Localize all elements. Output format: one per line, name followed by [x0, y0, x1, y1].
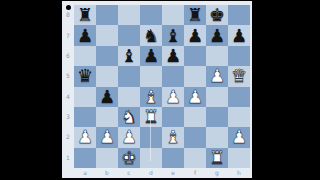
rank-label-8: 8: [62, 5, 74, 25]
file-label-a: a: [74, 168, 96, 178]
file-label-e: e: [162, 168, 184, 178]
file-label-h: h: [228, 168, 250, 178]
square-c4[interactable]: [118, 87, 140, 107]
square-a8[interactable]: ♜: [74, 5, 96, 25]
square-e1[interactable]: [162, 148, 184, 168]
square-d6[interactable]: ♟: [140, 46, 162, 66]
square-c2[interactable]: ♟: [118, 127, 140, 147]
square-e7[interactable]: ♝: [162, 25, 184, 45]
square-a2[interactable]: ♟: [74, 127, 96, 147]
black-pawn-g7[interactable]: ♟: [209, 26, 225, 44]
file-labels: abcdefgh: [74, 168, 250, 178]
square-h2[interactable]: ♟: [228, 127, 250, 147]
rank-label-5: 5: [62, 66, 74, 86]
square-g7[interactable]: ♟: [206, 25, 228, 45]
square-d1[interactable]: [140, 148, 162, 168]
rank-labels: 87654321: [62, 5, 74, 168]
square-a6[interactable]: [74, 46, 96, 66]
white-knight-c3[interactable]: ♞: [121, 108, 137, 126]
square-h4[interactable]: [228, 87, 250, 107]
black-pawn-a7[interactable]: ♟: [77, 26, 93, 44]
square-b2[interactable]: ♟: [96, 127, 118, 147]
square-g1[interactable]: ♜: [206, 148, 228, 168]
square-d2[interactable]: [140, 127, 162, 147]
square-c3[interactable]: ♞: [118, 107, 140, 127]
file-label-c: c: [118, 168, 140, 178]
square-f5[interactable]: [184, 66, 206, 86]
square-e3[interactable]: [162, 107, 184, 127]
square-g4[interactable]: [206, 87, 228, 107]
white-pawn-e4[interactable]: ♟: [165, 87, 181, 105]
square-b1[interactable]: [96, 148, 118, 168]
file-label-g: g: [206, 168, 228, 178]
square-f3[interactable]: [184, 107, 206, 127]
square-a1[interactable]: [74, 148, 96, 168]
white-pawn-f4[interactable]: ♟: [187, 87, 203, 105]
white-rook-g1[interactable]: ♜: [209, 148, 225, 166]
square-f8[interactable]: ♜: [184, 5, 206, 25]
black-pawn-f7[interactable]: ♟: [187, 26, 203, 44]
white-pawn-c2[interactable]: ♟: [121, 128, 137, 146]
square-f2[interactable]: [184, 127, 206, 147]
square-d3[interactable]: ♜: [140, 107, 162, 127]
board-grid: ♜♜♚♟♞♝♟♟♟♝♟♟♛♟♛♟♝♟♟♞♜♟♟♟♝♟♚♜: [74, 5, 250, 168]
square-d5[interactable]: [140, 66, 162, 86]
white-queen-h5[interactable]: ♛: [231, 67, 247, 85]
square-e6[interactable]: ♟: [162, 46, 184, 66]
rank-label-7: 7: [62, 25, 74, 45]
black-pawn-b4[interactable]: ♟: [99, 87, 115, 105]
square-e5[interactable]: [162, 66, 184, 86]
rank-label-6: 6: [62, 46, 74, 66]
square-e2[interactable]: ♝: [162, 127, 184, 147]
square-h6[interactable]: [228, 46, 250, 66]
chess-board: 87654321 ♜♜♚♟♞♝♟♟♟♝♟♟♛♟♛♟♝♟♟♞♜♟♟♟♝♟♚♜ ab…: [62, 1, 252, 178]
white-pawn-a2[interactable]: ♟: [77, 128, 93, 146]
rank-label-1: 1: [62, 148, 74, 168]
square-b8[interactable]: [96, 5, 118, 25]
white-pawn-h2[interactable]: ♟: [231, 128, 247, 146]
square-a7[interactable]: ♟: [74, 25, 96, 45]
square-d4[interactable]: ♝: [140, 87, 162, 107]
file-label-b: b: [96, 168, 118, 178]
square-b6[interactable]: [96, 46, 118, 66]
square-f4[interactable]: ♟: [184, 87, 206, 107]
black-pawn-h7[interactable]: ♟: [231, 26, 247, 44]
black-queen-a5[interactable]: ♛: [77, 67, 93, 85]
rank-label-3: 3: [62, 107, 74, 127]
rank-label-4: 4: [62, 87, 74, 107]
white-pawn-b2[interactable]: ♟: [99, 128, 115, 146]
white-pawn-g5[interactable]: ♟: [209, 67, 225, 85]
square-a5[interactable]: ♛: [74, 66, 96, 86]
square-b3[interactable]: [96, 107, 118, 127]
square-g5[interactable]: ♟: [206, 66, 228, 86]
square-e4[interactable]: ♟: [162, 87, 184, 107]
black-bishop-c6[interactable]: ♝: [121, 46, 137, 64]
square-a4[interactable]: [74, 87, 96, 107]
square-f7[interactable]: ♟: [184, 25, 206, 45]
square-h8[interactable]: [228, 5, 250, 25]
black-king-g8[interactable]: ♚: [209, 6, 225, 24]
square-f6[interactable]: [184, 46, 206, 66]
black-bishop-e7[interactable]: ♝: [165, 26, 181, 44]
square-h7[interactable]: ♟: [228, 25, 250, 45]
square-e8[interactable]: [162, 5, 184, 25]
square-h1[interactable]: [228, 148, 250, 168]
square-h3[interactable]: [228, 107, 250, 127]
black-pawn-e6[interactable]: ♟: [165, 46, 181, 64]
square-g3[interactable]: [206, 107, 228, 127]
square-c1[interactable]: ♚: [118, 148, 140, 168]
square-c6[interactable]: ♝: [118, 46, 140, 66]
white-bishop-d4[interactable]: ♝: [143, 87, 159, 105]
square-g8[interactable]: ♚: [206, 5, 228, 25]
square-b7[interactable]: [96, 25, 118, 45]
white-rook-d3[interactable]: ♜: [143, 108, 159, 126]
square-b5[interactable]: [96, 66, 118, 86]
white-king-c1[interactable]: ♚: [121, 148, 137, 166]
rank-label-2: 2: [62, 127, 74, 147]
square-d8[interactable]: [140, 5, 162, 25]
square-f1[interactable]: [184, 148, 206, 168]
square-c8[interactable]: [118, 5, 140, 25]
square-a3[interactable]: [74, 107, 96, 127]
file-label-d: d: [140, 168, 162, 178]
square-g6[interactable]: [206, 46, 228, 66]
square-d7[interactable]: ♞: [140, 25, 162, 45]
square-c7[interactable]: [118, 25, 140, 45]
black-pawn-d6[interactable]: ♟: [143, 46, 159, 64]
black-rook-a8[interactable]: ♜: [77, 6, 93, 24]
square-c5[interactable]: [118, 66, 140, 86]
file-label-f: f: [184, 168, 206, 178]
square-h5[interactable]: ♛: [228, 66, 250, 86]
white-bishop-e2[interactable]: ♝: [165, 128, 181, 146]
square-b4[interactable]: ♟: [96, 87, 118, 107]
screenshot-root: { "game": "chess", "position": { "fen": …: [0, 0, 320, 180]
square-g2[interactable]: [206, 127, 228, 147]
black-knight-d7[interactable]: ♞: [143, 26, 159, 44]
black-rook-f8[interactable]: ♜: [187, 6, 203, 24]
